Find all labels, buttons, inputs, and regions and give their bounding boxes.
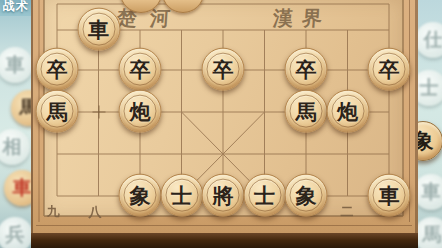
- xiangqi-piece-black[interactable]: 士: [160, 174, 203, 217]
- xiangqi-piece-black[interactable]: 卒: [202, 48, 245, 91]
- piece-char: 士: [254, 185, 275, 206]
- piece-char: 卒: [47, 59, 68, 80]
- xiangqi-piece-black[interactable]: 卒: [36, 48, 79, 91]
- xiangqi-piece-black[interactable]: 卒: [285, 48, 328, 91]
- xiangqi-piece-black[interactable]: 象: [285, 174, 328, 217]
- xiangqi-game-screen: 战术 車馬相車兵仕士象車馬: [0, 0, 442, 248]
- xiangqi-piece-black[interactable]: 士: [243, 174, 286, 217]
- piece-char: 卒: [130, 59, 151, 80]
- piece-char: 卒: [379, 59, 400, 80]
- piece-char: 卒: [296, 59, 317, 80]
- piece-char: 馬: [47, 101, 68, 122]
- xiangqi-piece-black[interactable]: 炮: [119, 90, 162, 133]
- xiangqi-piece-black[interactable]: 卒: [119, 48, 162, 91]
- piece-char: 士: [171, 185, 192, 206]
- xiangqi-piece-black[interactable]: 將: [202, 174, 245, 217]
- xiangqi-piece-black[interactable]: 象: [119, 174, 162, 217]
- piece-char: 車: [88, 19, 109, 40]
- xiangqi-piece-black[interactable]: 車: [368, 174, 411, 217]
- cut-off-piece-top[interactable]: [162, 0, 204, 13]
- piece-char: 炮: [337, 101, 358, 122]
- piece-layer: 車卒卒卒卒卒馬炮馬炮象士將士象車: [0, 0, 442, 248]
- piece-char: 象: [296, 185, 317, 206]
- piece-char: 車: [379, 185, 400, 206]
- cut-off-piece-top[interactable]: [120, 0, 162, 13]
- xiangqi-piece-black[interactable]: 馬: [36, 90, 79, 133]
- piece-char: 卒: [213, 59, 234, 80]
- piece-char: 馬: [296, 101, 317, 122]
- piece-char: 將: [213, 185, 234, 206]
- xiangqi-piece-black[interactable]: 車: [77, 8, 120, 51]
- xiangqi-piece-black[interactable]: 馬: [285, 90, 328, 133]
- piece-char: 象: [130, 185, 151, 206]
- xiangqi-piece-black[interactable]: 炮: [326, 90, 369, 133]
- piece-char: 炮: [130, 101, 151, 122]
- xiangqi-piece-black[interactable]: 卒: [368, 48, 411, 91]
